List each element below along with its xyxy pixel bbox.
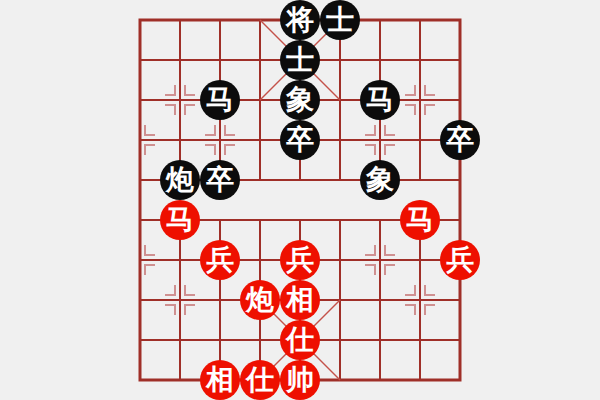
piece-black-horse[interactable]: 马 xyxy=(360,80,400,120)
piece-black-elephant[interactable]: 象 xyxy=(360,160,400,200)
piece-black-soldier[interactable]: 卒 xyxy=(440,120,480,160)
piece-red-advisor[interactable]: 仕 xyxy=(280,320,320,360)
piece-red-elephant[interactable]: 相 xyxy=(280,280,320,320)
piece-red-general[interactable]: 帅 xyxy=(280,360,320,400)
piece-red-soldier[interactable]: 兵 xyxy=(280,240,320,280)
piece-black-soldier[interactable]: 卒 xyxy=(280,120,320,160)
piece-red-advisor[interactable]: 仕 xyxy=(240,360,280,400)
piece-black-advisor[interactable]: 士 xyxy=(280,40,320,80)
piece-black-general[interactable]: 将 xyxy=(280,0,320,40)
piece-black-cannon[interactable]: 炮 xyxy=(160,160,200,200)
xiangqi-board[interactable]: 将士士马象马卒卒炮卒象马马兵兵兵炮相仕相仕帅 xyxy=(0,0,600,400)
piece-black-soldier[interactable]: 卒 xyxy=(200,160,240,200)
piece-black-elephant[interactable]: 象 xyxy=(280,80,320,120)
piece-black-horse[interactable]: 马 xyxy=(200,80,240,120)
piece-black-advisor[interactable]: 士 xyxy=(320,0,360,40)
piece-red-cannon[interactable]: 炮 xyxy=(240,280,280,320)
piece-red-horse[interactable]: 马 xyxy=(160,200,200,240)
piece-red-soldier[interactable]: 兵 xyxy=(440,240,480,280)
pieces-layer: 将士士马象马卒卒炮卒象马马兵兵兵炮相仕相仕帅 xyxy=(120,0,480,400)
piece-red-elephant[interactable]: 相 xyxy=(200,360,240,400)
piece-red-soldier[interactable]: 兵 xyxy=(200,240,240,280)
piece-red-horse[interactable]: 马 xyxy=(400,200,440,240)
